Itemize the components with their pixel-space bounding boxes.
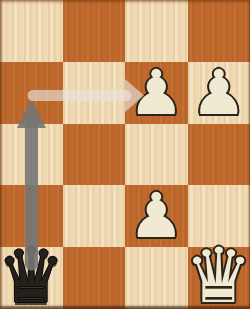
square-c4[interactable] — [63, 62, 126, 124]
square-d3[interactable] — [125, 124, 188, 186]
square-d1[interactable] — [125, 247, 188, 309]
square-d5[interactable] — [125, 0, 188, 62]
square-d4[interactable]: ♟ — [125, 62, 188, 124]
square-c1[interactable] — [63, 247, 126, 309]
square-b1[interactable]: ♛ — [0, 247, 63, 309]
square-b3[interactable] — [0, 124, 63, 186]
square-c3[interactable] — [63, 124, 126, 186]
square-e1[interactable]: ♛ — [188, 247, 251, 309]
square-e3[interactable] — [188, 124, 251, 186]
white-queen-e1[interactable]: ♛ — [185, 238, 250, 309]
chess-lesson-board: ♟ ♟ ♟ ♛ ♛ — [0, 0, 250, 309]
square-b4[interactable] — [0, 62, 63, 124]
white-pawn-e4[interactable]: ♟ — [191, 62, 247, 124]
square-e5[interactable] — [188, 0, 251, 62]
black-queen-b1[interactable]: ♛ — [0, 238, 65, 309]
chess-board: ♟ ♟ ♟ ♛ ♛ — [0, 0, 250, 309]
square-d2[interactable]: ♟ — [125, 185, 188, 247]
white-pawn-d4[interactable]: ♟ — [128, 62, 184, 124]
square-c2[interactable] — [63, 185, 126, 247]
square-e4[interactable]: ♟ — [188, 62, 251, 124]
square-c5[interactable] — [63, 0, 126, 62]
white-pawn-d2[interactable]: ♟ — [128, 185, 184, 247]
square-b5[interactable] — [0, 0, 63, 62]
